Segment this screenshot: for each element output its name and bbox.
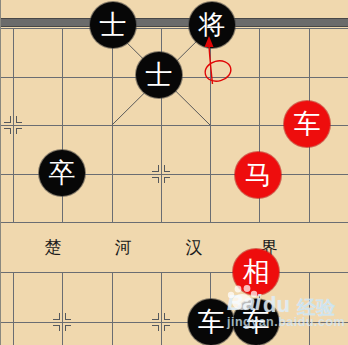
- move-annotation: [1, 0, 348, 345]
- annotation-arrow-head: [205, 36, 214, 47]
- xiangqi-board: 楚河汉界 士将士车卒马相车车 Bai du 经验 jingyan.baidu.c…: [0, 0, 348, 345]
- annotation-circle: [203, 58, 233, 84]
